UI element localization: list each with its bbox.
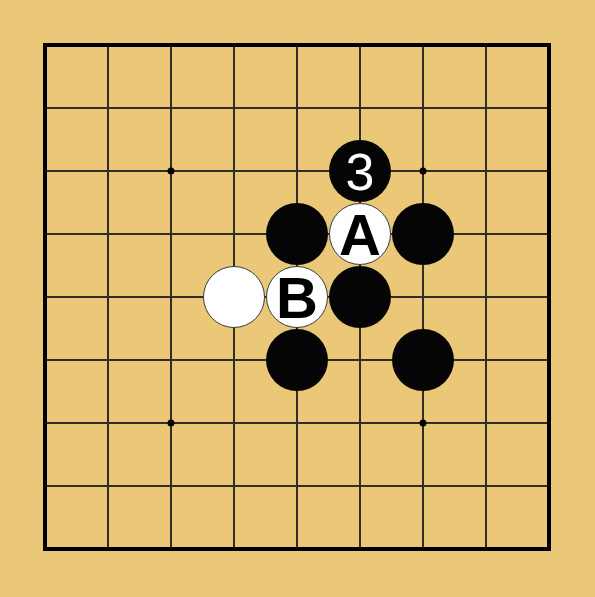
board-intersection[interactable] — [77, 203, 140, 266]
board-intersection[interactable] — [14, 77, 77, 140]
board-intersection[interactable] — [140, 329, 203, 392]
board-intersection[interactable] — [329, 518, 392, 581]
board-intersection[interactable]: 3 — [329, 140, 392, 203]
board-intersection[interactable] — [392, 455, 455, 518]
go-diagram: 3AB — [0, 0, 595, 597]
board-intersection[interactable] — [329, 266, 392, 329]
board-intersection[interactable] — [14, 266, 77, 329]
board-intersection[interactable] — [266, 140, 329, 203]
board-intersection[interactable] — [14, 455, 77, 518]
board-intersection[interactable] — [266, 14, 329, 77]
board-intersection[interactable] — [203, 203, 266, 266]
board-intersection[interactable] — [14, 203, 77, 266]
black-stone — [329, 266, 391, 328]
board-intersection[interactable] — [392, 518, 455, 581]
white-stone: B — [266, 266, 328, 328]
board-intersection[interactable] — [14, 140, 77, 203]
board-intersection[interactable] — [455, 329, 518, 392]
board-intersection[interactable] — [455, 455, 518, 518]
board-intersection[interactable] — [14, 329, 77, 392]
board-intersection[interactable] — [203, 392, 266, 455]
stone-label: A — [339, 206, 381, 264]
board-intersection[interactable] — [203, 77, 266, 140]
black-stone — [392, 329, 454, 391]
board-intersection[interactable] — [518, 329, 581, 392]
board-intersection[interactable] — [140, 14, 203, 77]
board-intersection[interactable] — [518, 392, 581, 455]
board-intersection[interactable] — [329, 455, 392, 518]
black-stone — [266, 203, 328, 265]
board-intersection[interactable] — [203, 329, 266, 392]
board-intersection[interactable] — [203, 140, 266, 203]
board-intersection[interactable] — [518, 140, 581, 203]
board-intersection[interactable] — [518, 14, 581, 77]
board-intersection[interactable] — [14, 518, 77, 581]
white-stone — [203, 266, 265, 328]
board-intersection[interactable] — [329, 392, 392, 455]
board-intersection[interactable] — [140, 518, 203, 581]
board-intersection[interactable] — [77, 518, 140, 581]
board-intersection[interactable] — [266, 329, 329, 392]
board-intersection[interactable] — [518, 455, 581, 518]
board-intersection[interactable] — [77, 77, 140, 140]
board-intersection[interactable] — [140, 266, 203, 329]
board-intersection[interactable] — [266, 518, 329, 581]
board-intersection[interactable] — [455, 140, 518, 203]
board-intersection[interactable] — [455, 266, 518, 329]
board-intersection[interactable] — [392, 77, 455, 140]
board-intersection[interactable] — [392, 329, 455, 392]
board-intersection[interactable] — [140, 77, 203, 140]
white-stone: A — [329, 203, 391, 265]
board-intersection[interactable]: A — [329, 203, 392, 266]
board-intersection[interactable] — [455, 203, 518, 266]
board-intersection[interactable] — [455, 77, 518, 140]
board-intersection[interactable] — [518, 266, 581, 329]
board-intersection[interactable] — [518, 203, 581, 266]
board-intersection[interactable] — [203, 518, 266, 581]
board-intersection[interactable] — [455, 14, 518, 77]
board-intersection[interactable] — [392, 392, 455, 455]
board-intersection[interactable] — [392, 266, 455, 329]
board-intersection[interactable] — [329, 77, 392, 140]
board-intersection[interactable] — [203, 266, 266, 329]
board-intersection[interactable] — [518, 77, 581, 140]
board-intersection[interactable] — [455, 518, 518, 581]
board-intersection[interactable] — [392, 140, 455, 203]
board-intersection[interactable] — [14, 392, 77, 455]
black-stone — [266, 329, 328, 391]
board-intersection[interactable] — [77, 455, 140, 518]
board-intersection[interactable] — [203, 14, 266, 77]
black-stone — [392, 203, 454, 265]
board-intersection[interactable] — [266, 77, 329, 140]
board-intersection[interactable] — [266, 203, 329, 266]
board-intersection[interactable] — [266, 455, 329, 518]
board-intersection[interactable] — [77, 140, 140, 203]
board-intersection[interactable] — [140, 203, 203, 266]
board-intersection[interactable] — [77, 329, 140, 392]
board-intersection[interactable] — [266, 392, 329, 455]
stone-label: 3 — [346, 146, 375, 198]
board-intersection[interactable] — [77, 266, 140, 329]
black-stone: 3 — [329, 140, 391, 202]
board-intersection[interactable] — [329, 14, 392, 77]
board-intersection[interactable] — [329, 329, 392, 392]
board-intersection[interactable] — [140, 392, 203, 455]
go-board: 3AB — [0, 0, 595, 597]
board-intersection[interactable] — [77, 392, 140, 455]
board-grid: 3AB — [14, 14, 581, 581]
board-intersection[interactable] — [518, 518, 581, 581]
board-intersection[interactable] — [392, 203, 455, 266]
board-intersection[interactable] — [77, 14, 140, 77]
board-intersection[interactable] — [392, 14, 455, 77]
board-intersection[interactable] — [455, 392, 518, 455]
stone-label: B — [276, 269, 318, 327]
board-intersection[interactable] — [203, 455, 266, 518]
board-intersection[interactable]: B — [266, 266, 329, 329]
board-intersection[interactable] — [14, 14, 77, 77]
board-intersection[interactable] — [140, 140, 203, 203]
board-intersection[interactable] — [140, 455, 203, 518]
